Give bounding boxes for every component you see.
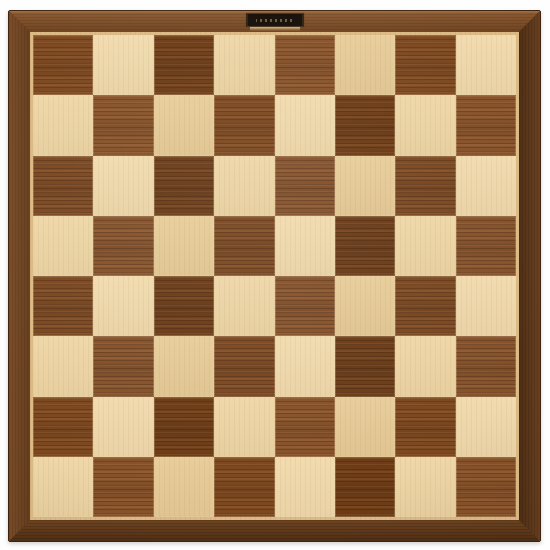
- square-d5[interactable]: [214, 216, 274, 276]
- square-e7[interactable]: [275, 95, 335, 155]
- square-b5[interactable]: [93, 216, 153, 276]
- square-e3[interactable]: [275, 336, 335, 396]
- square-b8[interactable]: [93, 35, 153, 95]
- chess-board: [8, 10, 541, 542]
- square-h3[interactable]: [456, 336, 516, 396]
- square-h6[interactable]: [456, 156, 516, 216]
- square-b7[interactable]: [93, 95, 153, 155]
- square-g7[interactable]: [395, 95, 455, 155]
- square-d4[interactable]: [214, 276, 274, 336]
- square-a2[interactable]: [33, 397, 93, 457]
- square-h8[interactable]: [456, 35, 516, 95]
- brand-plaque: [246, 13, 303, 27]
- square-a4[interactable]: [33, 276, 93, 336]
- square-h1[interactable]: [456, 457, 516, 517]
- square-g4[interactable]: [395, 276, 455, 336]
- square-b6[interactable]: [93, 156, 153, 216]
- square-g2[interactable]: [395, 397, 455, 457]
- square-b1[interactable]: [93, 457, 153, 517]
- square-g3[interactable]: [395, 336, 455, 396]
- square-b4[interactable]: [93, 276, 153, 336]
- plaque-engraving-marks: [256, 19, 294, 22]
- square-g6[interactable]: [395, 156, 455, 216]
- square-e2[interactable]: [275, 397, 335, 457]
- square-c2[interactable]: [154, 397, 214, 457]
- square-e1[interactable]: [275, 457, 335, 517]
- square-b3[interactable]: [93, 336, 153, 396]
- product-photo-background: [0, 0, 550, 550]
- square-a7[interactable]: [33, 95, 93, 155]
- squares-grid: [33, 35, 516, 517]
- square-d3[interactable]: [214, 336, 274, 396]
- board-frame-right: [519, 11, 540, 541]
- square-c1[interactable]: [154, 457, 214, 517]
- square-f1[interactable]: [335, 457, 395, 517]
- square-h7[interactable]: [456, 95, 516, 155]
- square-d2[interactable]: [214, 397, 274, 457]
- square-d1[interactable]: [214, 457, 274, 517]
- square-a3[interactable]: [33, 336, 93, 396]
- square-a6[interactable]: [33, 156, 93, 216]
- square-c3[interactable]: [154, 336, 214, 396]
- square-d6[interactable]: [214, 156, 274, 216]
- square-g5[interactable]: [395, 216, 455, 276]
- square-h2[interactable]: [456, 397, 516, 457]
- square-a8[interactable]: [33, 35, 93, 95]
- square-c4[interactable]: [154, 276, 214, 336]
- square-d7[interactable]: [214, 95, 274, 155]
- square-d8[interactable]: [214, 35, 274, 95]
- square-h4[interactable]: [456, 276, 516, 336]
- square-f8[interactable]: [335, 35, 395, 95]
- square-c7[interactable]: [154, 95, 214, 155]
- square-g1[interactable]: [395, 457, 455, 517]
- square-f2[interactable]: [335, 397, 395, 457]
- board-frame-left: [9, 11, 30, 541]
- square-e6[interactable]: [275, 156, 335, 216]
- square-c8[interactable]: [154, 35, 214, 95]
- square-b2[interactable]: [93, 397, 153, 457]
- square-f5[interactable]: [335, 216, 395, 276]
- square-f7[interactable]: [335, 95, 395, 155]
- square-a5[interactable]: [33, 216, 93, 276]
- square-f6[interactable]: [335, 156, 395, 216]
- plaque-reflection: [250, 27, 300, 31]
- square-e5[interactable]: [275, 216, 335, 276]
- square-c6[interactable]: [154, 156, 214, 216]
- board-frame-bottom: [9, 520, 540, 541]
- square-f3[interactable]: [335, 336, 395, 396]
- square-a1[interactable]: [33, 457, 93, 517]
- square-e4[interactable]: [275, 276, 335, 336]
- square-e8[interactable]: [275, 35, 335, 95]
- square-h5[interactable]: [456, 216, 516, 276]
- square-g8[interactable]: [395, 35, 455, 95]
- square-f4[interactable]: [335, 276, 395, 336]
- square-c5[interactable]: [154, 216, 214, 276]
